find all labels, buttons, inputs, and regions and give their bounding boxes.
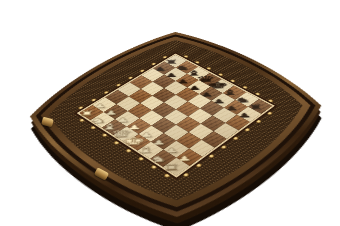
photo-stage: ♜♞♝♛♚♝♞♜♟♟♟♟♟♟♟♟♟♟♟♟♟♟♟♟♜♞♝♛♚♝♞♜ bbox=[0, 0, 340, 226]
perspective-scene: ♜♞♝♛♚♝♞♜♟♟♟♟♟♟♟♟♟♟♟♟♟♟♟♟♜♞♝♛♚♝♞♜ bbox=[0, 0, 340, 226]
